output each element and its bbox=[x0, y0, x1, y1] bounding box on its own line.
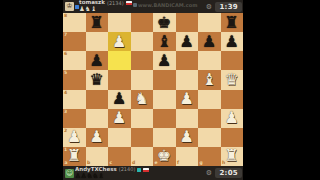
square-e8[interactable]: ♚ bbox=[153, 13, 176, 32]
piece-white-P-b2[interactable]: ♟ bbox=[86, 128, 109, 147]
piece-white-R-h1[interactable]: ♜ bbox=[221, 147, 244, 166]
square-b4[interactable] bbox=[86, 90, 109, 109]
square-f8[interactable] bbox=[176, 13, 199, 32]
bandicam-watermark: www.BANDICAM.com bbox=[133, 2, 197, 8]
square-f5[interactable] bbox=[176, 70, 199, 89]
top-player-clock: 1:39 bbox=[215, 2, 242, 12]
square-e5[interactable] bbox=[153, 70, 176, 89]
square-h6[interactable] bbox=[221, 51, 244, 70]
video-frame: ♔ tomaszk (2134) ♟♞♝ www.BANDICAM.com ⚙ … bbox=[0, 0, 320, 180]
square-b3[interactable] bbox=[86, 109, 109, 128]
piece-white-Q-h5[interactable]: ♛ bbox=[221, 70, 244, 89]
square-e2[interactable] bbox=[153, 128, 176, 147]
file-label-c: c bbox=[110, 161, 113, 166]
piece-black-R-b8[interactable]: ♜ bbox=[86, 13, 109, 32]
piece-black-B-e7[interactable]: ♝ bbox=[153, 32, 176, 51]
square-g2[interactable] bbox=[198, 128, 221, 147]
square-d8[interactable] bbox=[131, 13, 154, 32]
piece-black-P-e6[interactable]: ♟ bbox=[153, 51, 176, 70]
piece-white-P-h3[interactable]: ♟ bbox=[221, 109, 244, 128]
square-g3[interactable] bbox=[198, 109, 221, 128]
square-b2[interactable]: ♟ bbox=[86, 128, 109, 147]
top-player-avatar[interactable]: ♔ bbox=[65, 2, 74, 11]
square-f6[interactable] bbox=[176, 51, 199, 70]
square-g5[interactable]: ♝ bbox=[198, 70, 221, 89]
piece-white-P-c7[interactable]: ♟ bbox=[108, 32, 131, 51]
square-f2[interactable]: ♟ bbox=[176, 128, 199, 147]
file-label-b: b bbox=[87, 161, 90, 166]
bandicam-watermark-text: www.BANDICAM.com bbox=[138, 2, 197, 8]
bottom-captured-pieces-tray: ♟♟♞♞♝ bbox=[75, 172, 149, 179]
piece-white-P-f2[interactable]: ♟ bbox=[176, 128, 199, 147]
square-c6[interactable] bbox=[108, 51, 131, 70]
piece-black-K-e8[interactable]: ♚ bbox=[153, 13, 176, 32]
square-h7[interactable]: ♟ bbox=[221, 32, 244, 51]
square-c3[interactable]: ♟ bbox=[108, 109, 131, 128]
bottom-player-avatar[interactable]: ☺ bbox=[65, 169, 74, 178]
bottom-player-bar: ☺ AndyTXChess (2140) ♟♟♞♞♝ ⚙ 2:05 bbox=[63, 166, 243, 180]
rank-label-7: 7 bbox=[64, 33, 67, 38]
square-d4[interactable]: ♞ bbox=[131, 90, 154, 109]
square-h3[interactable]: ♟ bbox=[221, 109, 244, 128]
rank-label-5: 5 bbox=[64, 71, 67, 76]
top-player-rating: (2134) bbox=[107, 1, 124, 6]
square-b6[interactable]: ♟ bbox=[86, 51, 109, 70]
rank-label-8: 8 bbox=[64, 14, 67, 19]
square-g7[interactable]: ♟ bbox=[198, 32, 221, 51]
piece-white-P-c3[interactable]: ♟ bbox=[108, 109, 131, 128]
top-player-bar: ♔ tomaszk (2134) ♟♞♝ www.BANDICAM.com ⚙ … bbox=[63, 0, 243, 13]
square-a3[interactable]: 3 bbox=[63, 109, 86, 128]
square-c4[interactable]: ♟ bbox=[108, 90, 131, 109]
square-a7[interactable]: 7 bbox=[63, 32, 86, 51]
rank-label-3: 3 bbox=[64, 110, 67, 115]
bottom-player-flag-icon bbox=[143, 168, 149, 172]
square-e3[interactable] bbox=[153, 109, 176, 128]
top-captured-pieces-tray: ♟♞♝ bbox=[79, 6, 132, 13]
square-b5[interactable]: ♛ bbox=[86, 70, 109, 89]
square-e1[interactable]: e♚ bbox=[153, 147, 176, 166]
piece-white-K-e1[interactable]: ♚ bbox=[153, 147, 176, 166]
square-d2[interactable] bbox=[131, 128, 154, 147]
captured-piece-icon: ♝ bbox=[91, 6, 97, 13]
square-c5[interactable] bbox=[108, 70, 131, 89]
file-label-g: g bbox=[200, 161, 203, 166]
square-b7[interactable] bbox=[86, 32, 109, 51]
square-e6[interactable]: ♟ bbox=[153, 51, 176, 70]
chess-app: ♔ tomaszk (2134) ♟♞♝ www.BANDICAM.com ⚙ … bbox=[63, 0, 243, 180]
square-c1[interactable]: c bbox=[108, 147, 131, 166]
captured-piece-icon: ♝ bbox=[98, 173, 104, 180]
piece-black-P-c4[interactable]: ♟ bbox=[108, 90, 131, 109]
top-player-flag-icon bbox=[126, 1, 132, 5]
file-label-f: f bbox=[177, 161, 179, 166]
piece-black-Q-b5[interactable]: ♛ bbox=[86, 70, 109, 89]
bottom-player-badge-icon bbox=[137, 168, 141, 172]
file-label-d: d bbox=[132, 161, 135, 166]
square-a2[interactable]: 2♟ bbox=[63, 128, 86, 147]
square-a4[interactable]: 4 bbox=[63, 90, 86, 109]
square-h4[interactable] bbox=[221, 90, 244, 109]
board: 8♜♚♜7♟♝♟♟♟6♟♟5♛♝♛4♟♞♟3♟♟2♟♟♟1a♜bcde♚fgh♜ bbox=[63, 13, 243, 166]
square-g6[interactable] bbox=[198, 51, 221, 70]
square-e4[interactable] bbox=[153, 90, 176, 109]
square-g8[interactable] bbox=[198, 13, 221, 32]
square-h8[interactable]: ♜ bbox=[221, 13, 244, 32]
piece-black-P-f7[interactable]: ♟ bbox=[176, 32, 199, 51]
piece-white-R-a1[interactable]: ♜ bbox=[63, 147, 86, 166]
square-c2[interactable] bbox=[108, 128, 131, 147]
square-h1[interactable]: h♜ bbox=[221, 147, 244, 166]
piece-black-P-g7[interactable]: ♟ bbox=[198, 32, 221, 51]
square-a6[interactable]: 6 bbox=[63, 51, 86, 70]
piece-black-P-b6[interactable]: ♟ bbox=[86, 51, 109, 70]
square-a5[interactable]: 5 bbox=[63, 70, 86, 89]
piece-white-P-f4[interactable]: ♟ bbox=[176, 90, 199, 109]
square-c8[interactable] bbox=[108, 13, 131, 32]
piece-black-R-h8[interactable]: ♜ bbox=[221, 13, 244, 32]
rank-label-6: 6 bbox=[64, 52, 67, 57]
square-a8[interactable]: 8 bbox=[63, 13, 86, 32]
settings-gear-icon[interactable]: ⚙ bbox=[206, 3, 212, 10]
square-g4[interactable] bbox=[198, 90, 221, 109]
square-d6[interactable] bbox=[131, 51, 154, 70]
square-f4[interactable]: ♟ bbox=[176, 90, 199, 109]
square-b1[interactable]: b bbox=[86, 147, 109, 166]
square-b8[interactable]: ♜ bbox=[86, 13, 109, 32]
bottom-player-clock: 2:05 bbox=[215, 168, 242, 178]
piece-black-P-h7[interactable]: ♟ bbox=[221, 32, 244, 51]
square-g1[interactable]: g bbox=[198, 147, 221, 166]
square-f7[interactable]: ♟ bbox=[176, 32, 199, 51]
square-a1[interactable]: 1a♜ bbox=[63, 147, 86, 166]
square-c7[interactable]: ♟ bbox=[108, 32, 131, 51]
bandicam-icon bbox=[133, 3, 137, 7]
square-h5[interactable]: ♛ bbox=[221, 70, 244, 89]
square-f3[interactable] bbox=[176, 109, 199, 128]
square-d7[interactable] bbox=[131, 32, 154, 51]
square-d1[interactable]: d bbox=[131, 147, 154, 166]
rank-label-4: 4 bbox=[64, 91, 67, 96]
bottom-player-rating: (2140) bbox=[119, 167, 136, 172]
square-e7[interactable]: ♝ bbox=[153, 32, 176, 51]
bottom-gear-icon[interactable]: ⚙ bbox=[206, 170, 212, 177]
square-h2[interactable] bbox=[221, 128, 244, 147]
square-d3[interactable] bbox=[131, 109, 154, 128]
piece-white-P-a2[interactable]: ♟ bbox=[63, 128, 86, 147]
square-d5[interactable] bbox=[131, 70, 154, 89]
piece-white-B-g5[interactable]: ♝ bbox=[198, 70, 221, 89]
square-f1[interactable]: f bbox=[176, 147, 199, 166]
piece-white-N-d4[interactable]: ♞ bbox=[131, 90, 154, 109]
